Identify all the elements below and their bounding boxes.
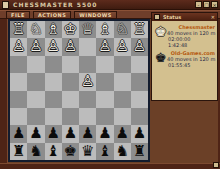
- square-a4[interactable]: [131, 73, 148, 90]
- white-pawn-h2: ♙: [10, 38, 27, 55]
- black-bishop-f8: ♝: [45, 143, 62, 160]
- black-pawn-g7: ♟: [27, 125, 44, 142]
- window-frame-bottom: [0, 163, 220, 169]
- white-pawn-d4: ♙: [79, 73, 96, 90]
- square-c6[interactable]: [96, 108, 113, 125]
- app-title: CHESSMASTER 5500: [13, 1, 97, 8]
- square-e7[interactable]: ♟: [62, 125, 79, 142]
- square-b7[interactable]: ♟: [114, 125, 131, 142]
- black-rook-a8: ♜: [131, 143, 148, 160]
- white-bishop-c1: ♗: [96, 21, 113, 38]
- square-f6[interactable]: [45, 108, 62, 125]
- black-pawn-c7: ♟: [96, 125, 113, 142]
- white-queen-d1: ♕: [79, 21, 96, 38]
- white-pawn-f2: ♙: [45, 38, 62, 55]
- status-window-icon: [154, 14, 160, 20]
- square-d2[interactable]: [79, 38, 96, 55]
- menu-item-windows[interactable]: WINDOWS: [74, 11, 117, 19]
- square-e1[interactable]: ♔: [62, 21, 79, 38]
- black-clock-1: 01:55:45: [167, 62, 215, 68]
- square-e5[interactable]: [62, 91, 79, 108]
- square-h5[interactable]: [10, 91, 27, 108]
- white-king-icon: ♚: [154, 24, 167, 48]
- square-e4[interactable]: [62, 73, 79, 90]
- black-knight-g8: ♞: [27, 143, 44, 160]
- black-player-info: Old-Games.com40 moves in 120 m01:55:45: [167, 50, 215, 68]
- white-pawn-c2: ♙: [96, 38, 113, 55]
- chess-board: ♖♘♗♔♕♗♘♖♙♙♙♙♙♙♙♙♟♟♟♟♟♟♟♟♜♞♝♚♛♝♞♜: [8, 19, 150, 162]
- square-d5[interactable]: [79, 91, 96, 108]
- square-b2[interactable]: ♙: [114, 38, 131, 55]
- square-d8[interactable]: ♛: [79, 143, 96, 160]
- black-pawn-b7: ♟: [114, 125, 131, 142]
- black-pawn-d7: ♟: [79, 125, 96, 142]
- white-pawn-a2: ♙: [131, 38, 148, 55]
- maximize-button[interactable]: □: [203, 1, 210, 8]
- white-rook-a1: ♖: [131, 21, 148, 38]
- square-b1[interactable]: ♘: [114, 21, 131, 38]
- square-b3[interactable]: [114, 56, 131, 73]
- square-c4[interactable]: [96, 73, 113, 90]
- square-a6[interactable]: [131, 108, 148, 125]
- square-h3[interactable]: [10, 56, 27, 73]
- square-h2[interactable]: ♙: [10, 38, 27, 55]
- minimize-button[interactable]: -: [195, 1, 202, 8]
- white-clock-2: 1:42:48: [167, 42, 215, 48]
- square-b5[interactable]: [114, 91, 131, 108]
- menu-item-file[interactable]: FILE: [6, 11, 30, 19]
- white-rook-h1: ♖: [10, 21, 27, 38]
- square-f3[interactable]: [45, 56, 62, 73]
- white-knight-g1: ♘: [27, 21, 44, 38]
- square-g5[interactable]: [27, 91, 44, 108]
- white-player-info: Chessmaster40 moves in 120 m02:00:001:42…: [167, 24, 215, 48]
- square-c3[interactable]: [96, 56, 113, 73]
- square-d7[interactable]: ♟: [79, 125, 96, 142]
- square-g8[interactable]: ♞: [27, 143, 44, 160]
- black-pawn-f7: ♟: [45, 125, 62, 142]
- black-pawn-a7: ♟: [131, 125, 148, 142]
- square-a1[interactable]: ♖: [131, 21, 148, 38]
- black-knight-b8: ♞: [114, 143, 131, 160]
- black-pawn-e7: ♟: [62, 125, 79, 142]
- square-b6[interactable]: [114, 108, 131, 125]
- chessmaster-window: CHESSMASTER 5500 -□× FILEACTIONSWINDOWS …: [0, 0, 220, 169]
- status-close-icon[interactable]: ✕: [211, 13, 215, 21]
- square-g4[interactable]: [27, 73, 44, 90]
- square-f7[interactable]: ♟: [45, 125, 62, 142]
- window-buttons: -□×: [195, 1, 218, 8]
- square-g3[interactable]: [27, 56, 44, 73]
- square-h1[interactable]: ♖: [10, 21, 27, 38]
- square-e6[interactable]: [62, 108, 79, 125]
- square-e8[interactable]: ♚: [62, 143, 79, 160]
- square-h7[interactable]: ♟: [10, 125, 27, 142]
- window-frame-left: [0, 19, 8, 169]
- square-h4[interactable]: [10, 73, 27, 90]
- square-f4[interactable]: [45, 73, 62, 90]
- square-e3[interactable]: [62, 56, 79, 73]
- square-c8[interactable]: ♝: [96, 143, 113, 160]
- square-c5[interactable]: [96, 91, 113, 108]
- square-d4[interactable]: ♙: [79, 73, 96, 90]
- white-king-e1: ♔: [62, 21, 79, 38]
- black-king-icon: ♚: [154, 50, 167, 68]
- square-h8[interactable]: ♜: [10, 143, 27, 160]
- square-d3[interactable]: [79, 56, 96, 73]
- black-rook-h8: ♜: [10, 143, 27, 160]
- square-a7[interactable]: ♟: [131, 125, 148, 142]
- square-a3[interactable]: [131, 56, 148, 73]
- status-window: Status ✕ ♚Chessmaster40 moves in 120 m02…: [151, 12, 218, 101]
- square-d6[interactable]: [79, 108, 96, 125]
- square-b8[interactable]: ♞: [114, 143, 131, 160]
- square-g2[interactable]: ♙: [27, 38, 44, 55]
- status-window-title: Status: [163, 13, 181, 21]
- white-pawn-e2: ♙: [62, 38, 79, 55]
- square-h6[interactable]: [10, 108, 27, 125]
- white-bishop-f1: ♗: [45, 21, 62, 38]
- white-pawn-g2: ♙: [27, 38, 44, 55]
- square-f8[interactable]: ♝: [45, 143, 62, 160]
- white-pawn-b2: ♙: [114, 38, 131, 55]
- black-player-block: ♚Old-Games.com40 moves in 120 m01:55:45: [154, 50, 215, 68]
- status-title-bar[interactable]: Status ✕: [152, 13, 217, 21]
- black-queen-d8: ♛: [79, 143, 96, 160]
- black-pawn-h7: ♟: [10, 125, 27, 142]
- square-c2[interactable]: ♙: [96, 38, 113, 55]
- square-g6[interactable]: [27, 108, 44, 125]
- black-bishop-c8: ♝: [96, 143, 113, 160]
- white-knight-b1: ♘: [114, 21, 131, 38]
- title-bar: CHESSMASTER 5500 -□×: [0, 0, 220, 10]
- square-e2[interactable]: ♙: [62, 38, 79, 55]
- square-b4[interactable]: [114, 73, 131, 90]
- menu-item-actions[interactable]: ACTIONS: [33, 11, 71, 19]
- square-c1[interactable]: ♗: [96, 21, 113, 38]
- app-icon: [2, 1, 9, 9]
- square-f5[interactable]: [45, 91, 62, 108]
- square-d1[interactable]: ♕: [79, 21, 96, 38]
- close-button[interactable]: ×: [211, 1, 218, 8]
- square-c7[interactable]: ♟: [96, 125, 113, 142]
- white-player-block: ♚Chessmaster40 moves in 120 m02:00:001:4…: [154, 24, 215, 48]
- square-a5[interactable]: [131, 91, 148, 108]
- window-frame-right: [218, 19, 220, 169]
- square-g1[interactable]: ♘: [27, 21, 44, 38]
- square-g7[interactable]: ♟: [27, 125, 44, 142]
- square-f1[interactable]: ♗: [45, 21, 62, 38]
- square-a2[interactable]: ♙: [131, 38, 148, 55]
- black-king-e8: ♚: [62, 143, 79, 160]
- status-body: ♚Chessmaster40 moves in 120 m02:00:001:4…: [152, 21, 217, 68]
- square-a8[interactable]: ♜: [131, 143, 148, 160]
- resize-grip[interactable]: [213, 162, 219, 168]
- square-f2[interactable]: ♙: [45, 38, 62, 55]
